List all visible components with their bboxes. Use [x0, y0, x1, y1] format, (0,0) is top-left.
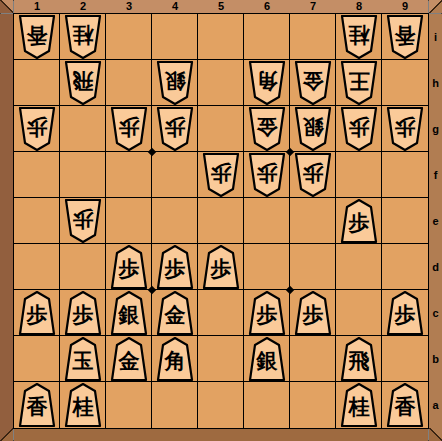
square-3e[interactable] — [106, 198, 152, 244]
rank-label-g: g — [429, 106, 442, 152]
svg-text:角: 角 — [163, 349, 185, 373]
svg-text:歩: 歩 — [72, 207, 94, 231]
svg-text:歩: 歩 — [118, 115, 140, 139]
piece-sente-pawn[interactable]: 歩 — [63, 291, 103, 335]
frame-corner-bottom-right — [429, 428, 442, 441]
piece-gote-pawn[interactable]: 歩 — [17, 107, 57, 151]
rank-label-b: b — [429, 336, 442, 382]
file-label-3: 3 — [106, 0, 152, 13]
piece-sente-lance[interactable]: 香 — [17, 383, 57, 427]
svg-text:角: 角 — [256, 69, 278, 93]
svg-text:歩: 歩 — [25, 303, 47, 327]
square-1b[interactable] — [14, 336, 60, 382]
piece-gote-silver[interactable]: 銀 — [155, 61, 195, 105]
piece-gote-pawn[interactable]: 歩 — [385, 107, 425, 151]
svg-text:歩: 歩 — [164, 115, 186, 139]
piece-sente-rook[interactable]: 飛 — [339, 337, 379, 381]
square-3a[interactable] — [106, 382, 152, 428]
svg-text:銀: 銀 — [255, 349, 278, 373]
square-6g[interactable]: 金 — [244, 106, 290, 152]
svg-text:桂: 桂 — [71, 395, 93, 419]
svg-text:歩: 歩 — [209, 257, 231, 281]
square-8f[interactable] — [336, 152, 382, 198]
file-coordinate-labels: 123456789 — [14, 0, 428, 13]
square-9b[interactable] — [382, 336, 428, 382]
square-5e[interactable] — [198, 198, 244, 244]
rank-label-h: h — [429, 60, 442, 106]
svg-text:歩: 歩 — [347, 211, 369, 235]
square-1i[interactable]: 香 — [14, 14, 60, 60]
svg-text:歩: 歩 — [301, 303, 323, 327]
square-1g[interactable]: 歩 — [14, 106, 60, 152]
svg-text:歩: 歩 — [394, 303, 416, 327]
piece-gote-silver[interactable]: 銀 — [293, 107, 333, 151]
file-label-4: 4 — [152, 0, 198, 13]
square-1d[interactable] — [14, 244, 60, 290]
square-5g[interactable] — [198, 106, 244, 152]
square-9c[interactable]: 歩 — [382, 290, 428, 336]
square-4i[interactable] — [152, 14, 198, 60]
rank-label-a: a — [429, 382, 442, 428]
square-3i[interactable] — [106, 14, 152, 60]
square-7f[interactable]: 歩 — [290, 152, 336, 198]
square-6i[interactable] — [244, 14, 290, 60]
svg-text:香: 香 — [25, 395, 48, 419]
svg-text:金: 金 — [117, 349, 139, 373]
square-5b[interactable] — [198, 336, 244, 382]
piece-sente-pawn[interactable]: 歩 — [293, 291, 333, 335]
piece-gote-pawn[interactable]: 歩 — [109, 107, 149, 151]
square-8h[interactable]: 王 — [336, 60, 382, 106]
square-2h[interactable]: 飛 — [60, 60, 106, 106]
square-3f[interactable] — [106, 152, 152, 198]
piece-gote-king[interactable]: 王 — [339, 61, 379, 105]
square-6c[interactable]: 歩 — [244, 290, 290, 336]
square-9f[interactable] — [382, 152, 428, 198]
square-9e[interactable] — [382, 198, 428, 244]
square-9a[interactable]: 香 — [382, 382, 428, 428]
square-8g[interactable]: 歩 — [336, 106, 382, 152]
file-label-6: 6 — [244, 0, 290, 13]
svg-text:歩: 歩 — [395, 115, 417, 139]
square-2e[interactable]: 歩 — [60, 198, 106, 244]
piece-gote-lance[interactable]: 香 — [17, 15, 57, 59]
piece-sente-king[interactable]: 玉 — [63, 337, 103, 381]
rank-label-i: i — [429, 14, 442, 60]
piece-sente-pawn[interactable]: 歩 — [339, 199, 379, 243]
piece-gote-knight[interactable]: 桂 — [339, 15, 379, 59]
square-9h[interactable] — [382, 60, 428, 106]
square-4c[interactable]: 金 — [152, 290, 198, 336]
svg-text:歩: 歩 — [210, 161, 232, 185]
piece-sente-pawn[interactable]: 歩 — [247, 291, 287, 335]
svg-text:飛: 飛 — [72, 69, 94, 93]
piece-gote-pawn[interactable]: 歩 — [63, 199, 103, 243]
square-7b[interactable] — [290, 336, 336, 382]
piece-sente-gold[interactable]: 金 — [109, 337, 149, 381]
piece-gote-rook[interactable]: 飛 — [63, 61, 103, 105]
piece-sente-bishop[interactable]: 角 — [155, 337, 195, 381]
square-3c[interactable]: 銀 — [106, 290, 152, 336]
piece-gote-pawn[interactable]: 歩 — [155, 107, 195, 151]
piece-sente-pawn[interactable]: 歩 — [155, 245, 195, 289]
square-4f[interactable] — [152, 152, 198, 198]
square-4e[interactable] — [152, 198, 198, 244]
rank-label-f: f — [429, 152, 442, 198]
square-1h[interactable] — [14, 60, 60, 106]
square-3h[interactable] — [106, 60, 152, 106]
file-label-9: 9 — [382, 0, 428, 13]
square-9d[interactable] — [382, 244, 428, 290]
piece-sente-pawn[interactable]: 歩 — [109, 245, 149, 289]
piece-sente-lance[interactable]: 香 — [385, 383, 425, 427]
svg-text:歩: 歩 — [26, 115, 48, 139]
square-2g[interactable] — [60, 106, 106, 152]
svg-text:歩: 歩 — [71, 303, 93, 327]
piece-gote-pawn[interactable]: 歩 — [201, 153, 241, 197]
piece-sente-pawn[interactable]: 歩 — [17, 291, 57, 335]
square-3b[interactable]: 金 — [106, 336, 152, 382]
square-1a[interactable]: 香 — [14, 382, 60, 428]
svg-text:香: 香 — [394, 395, 417, 419]
square-2a[interactable]: 桂 — [60, 382, 106, 428]
square-7h[interactable]: 金 — [290, 60, 336, 106]
file-label-2: 2 — [60, 0, 106, 13]
svg-text:金: 金 — [256, 115, 278, 139]
square-1f[interactable] — [14, 152, 60, 198]
square-8c[interactable] — [336, 290, 382, 336]
square-5a[interactable] — [198, 382, 244, 428]
square-8b[interactable]: 飛 — [336, 336, 382, 382]
square-5f[interactable]: 歩 — [198, 152, 244, 198]
square-2c[interactable]: 歩 — [60, 290, 106, 336]
square-8e[interactable]: 歩 — [336, 198, 382, 244]
rank-label-e: e — [429, 198, 442, 244]
square-7i[interactable] — [290, 14, 336, 60]
svg-text:桂: 桂 — [347, 395, 369, 419]
square-3g[interactable]: 歩 — [106, 106, 152, 152]
square-7e[interactable] — [290, 198, 336, 244]
svg-text:銀: 銀 — [163, 69, 186, 93]
piece-sente-knight[interactable]: 桂 — [339, 383, 379, 427]
square-7g[interactable]: 銀 — [290, 106, 336, 152]
square-6e[interactable] — [244, 198, 290, 244]
piece-gote-pawn[interactable]: 歩 — [247, 153, 287, 197]
rank-coordinate-labels: ihgfedcba — [429, 14, 442, 428]
frame-corner-top-left — [0, 0, 13, 13]
piece-gote-pawn[interactable]: 歩 — [293, 153, 333, 197]
svg-text:香: 香 — [25, 23, 48, 47]
square-5c[interactable] — [198, 290, 244, 336]
piece-gote-pawn[interactable]: 歩 — [339, 107, 379, 151]
piece-gote-bishop[interactable]: 角 — [247, 61, 287, 105]
square-6f[interactable]: 歩 — [244, 152, 290, 198]
svg-text:金: 金 — [163, 303, 185, 327]
square-4g[interactable]: 歩 — [152, 106, 198, 152]
square-1e[interactable] — [14, 198, 60, 244]
svg-text:銀: 銀 — [301, 115, 324, 139]
piece-sente-pawn[interactable]: 歩 — [201, 245, 241, 289]
piece-sente-gold[interactable]: 金 — [155, 291, 195, 335]
square-9g[interactable]: 歩 — [382, 106, 428, 152]
file-label-8: 8 — [336, 0, 382, 13]
file-label-5: 5 — [198, 0, 244, 13]
svg-text:歩: 歩 — [255, 303, 277, 327]
square-2f[interactable] — [60, 152, 106, 198]
square-8i[interactable]: 桂 — [336, 14, 382, 60]
piece-gote-lance[interactable]: 香 — [385, 15, 425, 59]
frame-corner-top-right — [429, 0, 442, 13]
square-1c[interactable]: 歩 — [14, 290, 60, 336]
square-9i[interactable]: 香 — [382, 14, 428, 60]
square-6b[interactable]: 銀 — [244, 336, 290, 382]
square-7c[interactable]: 歩 — [290, 290, 336, 336]
square-3d[interactable]: 歩 — [106, 244, 152, 290]
square-5i[interactable] — [198, 14, 244, 60]
svg-text:飛: 飛 — [347, 349, 369, 373]
svg-text:銀: 銀 — [117, 303, 140, 327]
svg-text:桂: 桂 — [72, 23, 94, 47]
square-5d[interactable]: 歩 — [198, 244, 244, 290]
square-2i[interactable]: 桂 — [60, 14, 106, 60]
square-6h[interactable]: 角 — [244, 60, 290, 106]
svg-text:歩: 歩 — [256, 161, 278, 185]
square-2b[interactable]: 玉 — [60, 336, 106, 382]
piece-sente-knight[interactable]: 桂 — [63, 383, 103, 427]
square-5h[interactable] — [198, 60, 244, 106]
piece-sente-silver[interactable]: 銀 — [109, 291, 149, 335]
square-4h[interactable]: 銀 — [152, 60, 198, 106]
piece-gote-gold[interactable]: 金 — [293, 61, 333, 105]
square-4a[interactable] — [152, 382, 198, 428]
svg-text:歩: 歩 — [117, 257, 139, 281]
piece-gote-knight[interactable]: 桂 — [63, 15, 103, 59]
piece-sente-silver[interactable]: 銀 — [247, 337, 287, 381]
piece-gote-gold[interactable]: 金 — [247, 107, 287, 151]
svg-text:王: 王 — [348, 69, 370, 93]
file-label-7: 7 — [290, 0, 336, 13]
board-frame-bottom — [14, 429, 428, 441]
square-6d[interactable] — [244, 244, 290, 290]
file-label-1: 1 — [14, 0, 60, 13]
square-4b[interactable]: 角 — [152, 336, 198, 382]
svg-text:歩: 歩 — [163, 257, 185, 281]
svg-text:金: 金 — [302, 69, 324, 93]
frame-corner-bottom-left — [0, 428, 13, 441]
rank-label-c: c — [429, 290, 442, 336]
square-7a[interactable] — [290, 382, 336, 428]
square-8a[interactable]: 桂 — [336, 382, 382, 428]
svg-text:香: 香 — [394, 23, 417, 47]
rank-label-d: d — [429, 244, 442, 290]
svg-text:玉: 玉 — [71, 349, 93, 373]
square-4d[interactable]: 歩 — [152, 244, 198, 290]
shogi-board-grid: 香桂桂香飛銀角金王歩歩歩金銀歩歩歩歩歩歩歩歩歩歩歩歩銀金歩歩歩玉金角銀飛香桂桂香 — [13, 13, 429, 429]
square-2d[interactable] — [60, 244, 106, 290]
piece-sente-pawn[interactable]: 歩 — [385, 291, 425, 335]
svg-text:歩: 歩 — [348, 115, 370, 139]
board-frame-left — [0, 14, 13, 428]
square-6a[interactable] — [244, 382, 290, 428]
shogi-board-window: 123456789 ihgfedcba 香桂桂香飛銀角金王歩歩歩金銀歩歩歩歩歩歩… — [0, 0, 442, 441]
square-7d[interactable] — [290, 244, 336, 290]
square-8d[interactable] — [336, 244, 382, 290]
svg-text:歩: 歩 — [302, 161, 324, 185]
svg-text:桂: 桂 — [348, 23, 370, 47]
